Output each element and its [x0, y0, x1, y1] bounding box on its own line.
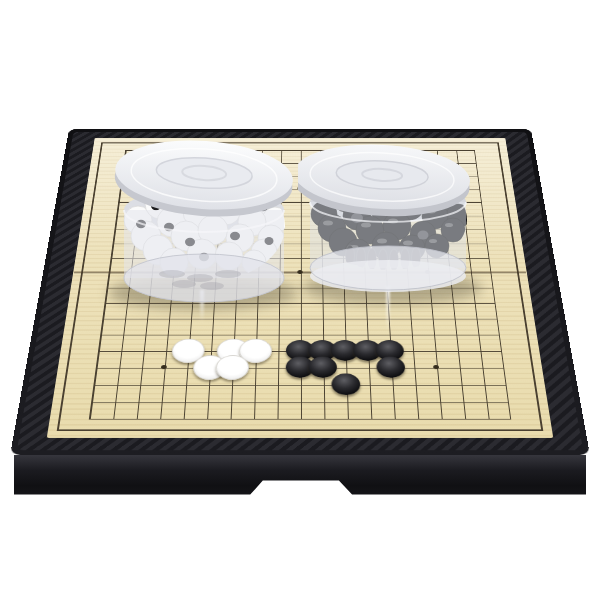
- go-stone-black: [331, 373, 360, 395]
- white-stone-bowl: [112, 128, 296, 313]
- bowl-body-front: [124, 210, 284, 302]
- black-stone-bowl: [298, 136, 480, 304]
- go-set-product-photo: [0, 0, 600, 600]
- board-front-edge-with-notch: [14, 455, 586, 499]
- go-stone-white: [215, 355, 249, 380]
- star-point: [161, 365, 167, 369]
- star-point: [433, 365, 439, 369]
- go-stone-black: [308, 357, 337, 378]
- go-stone-black: [376, 357, 406, 378]
